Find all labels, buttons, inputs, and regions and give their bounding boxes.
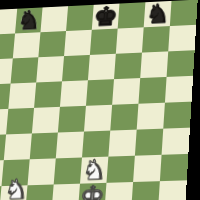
square-f7[interactable] (116, 27, 144, 53)
square-h1[interactable] (158, 180, 187, 200)
square-c1[interactable] (25, 184, 53, 200)
square-c5[interactable] (34, 81, 62, 107)
square-c4[interactable] (32, 107, 60, 134)
square-e4[interactable] (84, 105, 112, 132)
piece-black-knight-b8[interactable]: ♞ (15, 7, 43, 33)
square-c8[interactable] (40, 6, 68, 32)
square-h2[interactable] (160, 154, 189, 181)
square-e7[interactable] (90, 29, 118, 55)
screenshot-background: ♞♚♞♞♚♞ (0, 0, 200, 200)
square-g3[interactable] (135, 129, 163, 156)
square-f5[interactable] (112, 78, 140, 105)
square-h4[interactable] (163, 102, 191, 129)
square-d7[interactable] (64, 30, 92, 56)
square-b5[interactable] (8, 82, 36, 108)
square-b6[interactable] (11, 57, 39, 83)
square-f3[interactable] (108, 130, 136, 157)
square-e5[interactable] (86, 79, 114, 106)
square-h8[interactable] (170, 0, 198, 26)
square-d4[interactable] (58, 106, 86, 133)
square-b3[interactable] (4, 133, 32, 160)
square-f2[interactable] (106, 156, 134, 183)
square-f1[interactable] (105, 182, 134, 200)
square-g7[interactable] (142, 26, 170, 53)
piece-black-knight-g8[interactable]: ♞ (144, 1, 172, 27)
square-h6[interactable] (167, 50, 195, 77)
square-f4[interactable] (110, 104, 138, 131)
square-d2[interactable] (54, 158, 82, 185)
square-g2[interactable] (133, 155, 161, 182)
square-d3[interactable] (56, 132, 84, 159)
square-g1[interactable] (131, 181, 160, 200)
square-c3[interactable] (30, 133, 58, 160)
square-b4[interactable] (6, 108, 34, 135)
square-h7[interactable] (168, 25, 196, 52)
piece-white-king-e1[interactable]: ♚ (78, 183, 106, 200)
square-c7[interactable] (38, 31, 66, 57)
square-b7[interactable] (13, 32, 41, 58)
square-f8[interactable] (118, 2, 146, 28)
square-d5[interactable] (60, 80, 88, 107)
piece-black-king-e8[interactable]: ♚ (92, 4, 120, 30)
square-g5[interactable] (138, 77, 166, 104)
square-f6[interactable] (114, 53, 142, 80)
square-h3[interactable] (162, 128, 190, 155)
piece-white-knight-b1[interactable]: ♞ (2, 176, 30, 200)
square-h5[interactable] (165, 76, 193, 103)
square-c6[interactable] (36, 56, 64, 82)
square-g6[interactable] (140, 51, 168, 78)
square-e6[interactable] (88, 54, 116, 81)
square-d1[interactable] (52, 184, 80, 200)
square-d8[interactable] (66, 5, 94, 31)
square-g4[interactable] (137, 103, 165, 130)
square-c2[interactable] (28, 158, 56, 185)
square-d6[interactable] (62, 55, 90, 81)
chess-board[interactable]: ♞♚♞♞♚♞ (0, 0, 198, 200)
